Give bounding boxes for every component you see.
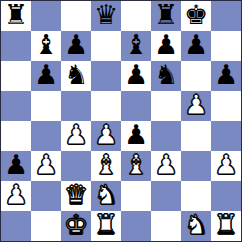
white-knight-icon[interactable]: ♞ [94, 181, 118, 210]
black-pawn-icon[interactable]: ♟ [34, 61, 58, 90]
square-d2[interactable]: ♞ [91, 181, 121, 211]
white-pawn-icon[interactable]: ♟ [4, 181, 28, 210]
white-pawn-icon[interactable]: ♟ [214, 151, 238, 180]
square-b7[interactable]: ♝ [31, 31, 61, 61]
square-e4[interactable]: ♟ [121, 121, 151, 151]
square-c8[interactable] [61, 1, 91, 31]
square-c3[interactable] [61, 151, 91, 181]
square-d3[interactable]: ♝ [91, 151, 121, 181]
black-knight-icon[interactable]: ♞ [64, 61, 88, 90]
square-h2[interactable] [211, 181, 241, 211]
square-c1[interactable]: ♚ [61, 211, 91, 241]
square-g5[interactable]: ♟ [181, 91, 211, 121]
square-h5[interactable] [211, 91, 241, 121]
square-e1[interactable] [121, 211, 151, 241]
black-bishop-icon[interactable]: ♝ [34, 31, 58, 60]
square-f5[interactable] [151, 91, 181, 121]
black-queen-icon[interactable]: ♛ [94, 1, 118, 30]
white-pawn-icon[interactable]: ♟ [184, 91, 208, 120]
black-pawn-icon[interactable]: ♟ [154, 31, 178, 60]
square-b8[interactable] [31, 1, 61, 31]
square-e6[interactable]: ♟ [121, 61, 151, 91]
square-f2[interactable] [151, 181, 181, 211]
black-pawn-icon[interactable]: ♟ [184, 31, 208, 60]
square-h4[interactable] [211, 121, 241, 151]
square-b1[interactable] [31, 211, 61, 241]
square-e5[interactable] [121, 91, 151, 121]
square-b2[interactable] [31, 181, 61, 211]
square-g8[interactable]: ♚ [181, 1, 211, 31]
square-b4[interactable] [31, 121, 61, 151]
square-d1[interactable]: ♜ [91, 211, 121, 241]
white-pawn-icon[interactable]: ♟ [154, 151, 178, 180]
square-d4[interactable]: ♟ [91, 121, 121, 151]
square-e2[interactable] [121, 181, 151, 211]
square-a5[interactable] [1, 91, 31, 121]
white-knight-icon[interactable]: ♞ [184, 211, 208, 240]
square-e3[interactable]: ♝ [121, 151, 151, 181]
white-king-icon[interactable]: ♚ [64, 211, 88, 240]
square-g4[interactable] [181, 121, 211, 151]
square-c4[interactable]: ♟ [61, 121, 91, 151]
black-pawn-icon[interactable]: ♟ [124, 121, 148, 150]
white-queen-icon[interactable]: ♛ [64, 181, 88, 210]
square-g6[interactable] [181, 61, 211, 91]
square-h7[interactable] [211, 31, 241, 61]
square-f1[interactable] [151, 211, 181, 241]
square-g7[interactable]: ♟ [181, 31, 211, 61]
white-bishop-icon[interactable]: ♝ [94, 151, 118, 180]
square-c2[interactable]: ♛ [61, 181, 91, 211]
chess-board: ♜♛♜♚♝♟♝♟♟♟♞♟♞♟♟♟♟♟♟♟♝♝♟♟♟♛♞♚♜♞♜ [0, 0, 242, 242]
white-pawn-icon[interactable]: ♟ [64, 121, 88, 150]
black-pawn-icon[interactable]: ♟ [214, 61, 238, 90]
square-a2[interactable]: ♟ [1, 181, 31, 211]
square-f3[interactable]: ♟ [151, 151, 181, 181]
square-c6[interactable]: ♞ [61, 61, 91, 91]
square-f4[interactable] [151, 121, 181, 151]
square-c5[interactable] [61, 91, 91, 121]
square-b6[interactable]: ♟ [31, 61, 61, 91]
square-a7[interactable] [1, 31, 31, 61]
square-h6[interactable]: ♟ [211, 61, 241, 91]
square-e8[interactable] [121, 1, 151, 31]
black-pawn-icon[interactable]: ♟ [124, 61, 148, 90]
square-a3[interactable]: ♟ [1, 151, 31, 181]
white-pawn-icon[interactable]: ♟ [34, 151, 58, 180]
square-h3[interactable]: ♟ [211, 151, 241, 181]
black-knight-icon[interactable]: ♞ [154, 61, 178, 90]
square-g2[interactable] [181, 181, 211, 211]
square-g1[interactable]: ♞ [181, 211, 211, 241]
black-rook-icon[interactable]: ♜ [4, 1, 28, 30]
square-g3[interactable] [181, 151, 211, 181]
black-pawn-icon[interactable]: ♟ [64, 31, 88, 60]
square-e7[interactable]: ♝ [121, 31, 151, 61]
square-d7[interactable] [91, 31, 121, 61]
square-f8[interactable]: ♜ [151, 1, 181, 31]
square-d5[interactable] [91, 91, 121, 121]
black-bishop-icon[interactable]: ♝ [124, 31, 148, 60]
square-d8[interactable]: ♛ [91, 1, 121, 31]
white-rook-icon[interactable]: ♜ [214, 211, 238, 240]
square-b3[interactable]: ♟ [31, 151, 61, 181]
square-b5[interactable] [31, 91, 61, 121]
white-bishop-icon[interactable]: ♝ [124, 151, 148, 180]
square-a8[interactable]: ♜ [1, 1, 31, 31]
square-a6[interactable] [1, 61, 31, 91]
square-a1[interactable] [1, 211, 31, 241]
square-d6[interactable] [91, 61, 121, 91]
black-rook-icon[interactable]: ♜ [154, 1, 178, 30]
white-rook-icon[interactable]: ♜ [94, 211, 118, 240]
black-king-icon[interactable]: ♚ [184, 1, 208, 30]
black-pawn-icon[interactable]: ♟ [4, 151, 28, 180]
square-c7[interactable]: ♟ [61, 31, 91, 61]
square-h1[interactable]: ♜ [211, 211, 241, 241]
square-h8[interactable] [211, 1, 241, 31]
white-pawn-icon[interactable]: ♟ [94, 121, 118, 150]
square-f6[interactable]: ♞ [151, 61, 181, 91]
square-a4[interactable] [1, 121, 31, 151]
square-f7[interactable]: ♟ [151, 31, 181, 61]
